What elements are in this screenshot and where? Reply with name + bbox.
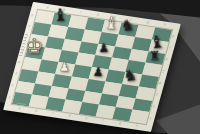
coord-label-7: 7 — [168, 46, 171, 50]
coord-label-b: b — [35, 110, 38, 114]
coord-label-6: 6 — [165, 58, 168, 62]
coord-label-2: 2 — [11, 84, 14, 88]
coord-label-h: h — [135, 125, 138, 129]
photo-stage: abcdefgh abcdefgh 87654321 87654321 ❖ ♝♝… — [0, 0, 200, 134]
coord-label-a: a — [46, 6, 49, 9]
coord-label-4: 4 — [158, 82, 161, 86]
coord-label-e: e — [85, 117, 88, 120]
coord-label-1: 1 — [8, 96, 11, 100]
coord-label-c: c — [79, 11, 82, 14]
coord-label-b: b — [63, 8, 66, 12]
coord-label-7: 7 — [27, 25, 30, 29]
coord-label-8: 8 — [31, 14, 34, 18]
coord-label-e: e — [113, 16, 116, 19]
coord-label-g: g — [118, 122, 121, 126]
coord-label-5: 5 — [162, 70, 165, 74]
coord-label-d: d — [68, 115, 71, 119]
coord-label-d: d — [96, 13, 99, 17]
coord-label-2: 2 — [152, 105, 155, 109]
coord-label-f: f — [130, 18, 132, 21]
coord-label-c: c — [51, 112, 54, 115]
chess-board-squares — [12, 10, 172, 124]
square-h1 — [129, 110, 149, 124]
coord-label-g: g — [146, 21, 149, 25]
chess-board: abcdefgh abcdefgh 87654321 87654321 ❖ — [3, 2, 181, 132]
coord-label-3: 3 — [14, 72, 17, 76]
coord-label-3: 3 — [155, 93, 158, 97]
coord-label-4: 4 — [18, 61, 21, 65]
coord-label-a: a — [18, 107, 21, 110]
coord-label-f: f — [102, 120, 104, 123]
coord-label-h: h — [163, 23, 166, 27]
coord-label-1: 1 — [149, 117, 152, 121]
coord-label-8: 8 — [171, 35, 174, 39]
